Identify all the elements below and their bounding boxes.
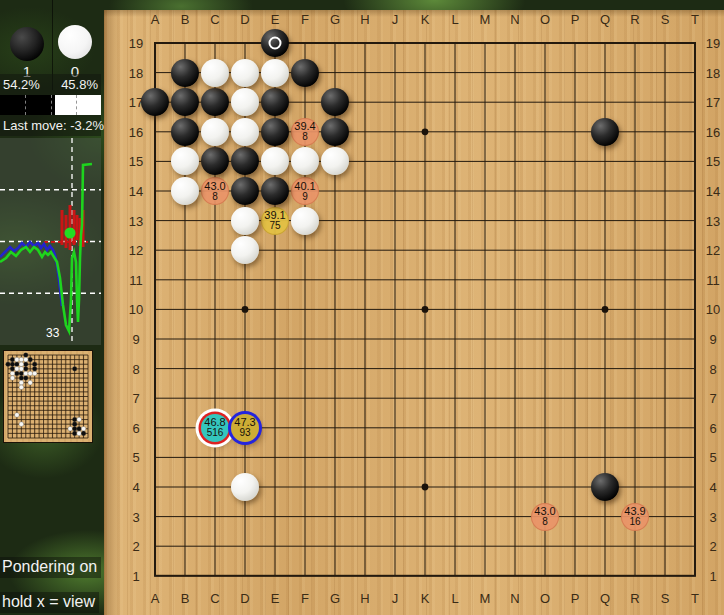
coord-top-G: G bbox=[330, 12, 340, 27]
coord-left-12: 12 bbox=[129, 243, 143, 258]
coord-left-8: 8 bbox=[132, 361, 139, 376]
coord-top-L: L bbox=[451, 12, 458, 27]
winrate-panel: 54.2% 45.8% Last move: -3.2% bbox=[0, 74, 101, 136]
winrate-tick-50 bbox=[51, 95, 52, 115]
coord-bottom-T: T bbox=[691, 591, 699, 606]
coord-bottom-A: A bbox=[151, 591, 160, 606]
winrate-bar-black-segment bbox=[0, 95, 55, 115]
coord-bottom-C: C bbox=[210, 591, 219, 606]
coord-left-1: 1 bbox=[132, 568, 139, 583]
coord-top-P: P bbox=[571, 12, 580, 27]
stone-white-D12 bbox=[231, 236, 259, 264]
coord-right-10: 10 bbox=[706, 302, 720, 317]
coord-bottom-J: J bbox=[392, 591, 399, 606]
stone-white-C18 bbox=[201, 59, 229, 87]
coord-bottom-R: R bbox=[630, 591, 639, 606]
coord-right-12: 12 bbox=[706, 243, 720, 258]
stone-white-F13 bbox=[291, 207, 319, 235]
coord-right-19: 19 bbox=[706, 36, 720, 51]
coord-left-4: 4 bbox=[132, 480, 139, 495]
stone-black-Q16 bbox=[591, 118, 619, 146]
stone-black-D14 bbox=[231, 177, 259, 205]
stone-black-G16 bbox=[321, 118, 349, 146]
coord-left-9: 9 bbox=[132, 332, 139, 347]
coord-bottom-N: N bbox=[510, 591, 519, 606]
coord-top-S: S bbox=[661, 12, 670, 27]
coord-bottom-K: K bbox=[421, 591, 430, 606]
coord-left-5: 5 bbox=[132, 450, 139, 465]
coord-top-M: M bbox=[480, 12, 491, 27]
coord-right-4: 4 bbox=[709, 480, 716, 495]
suggestion-C14[interactable]: 43.08 bbox=[201, 177, 229, 205]
coord-right-7: 7 bbox=[709, 391, 716, 406]
white-stone-icon bbox=[58, 25, 92, 59]
stone-white-C16 bbox=[201, 118, 229, 146]
coord-right-5: 5 bbox=[709, 450, 716, 465]
winrate-tick-25 bbox=[25, 95, 26, 115]
stone-black-G17 bbox=[321, 88, 349, 116]
coord-right-17: 17 bbox=[706, 95, 720, 110]
suggestion-O3[interactable]: 43.08 bbox=[531, 503, 559, 531]
coord-bottom-P: P bbox=[571, 591, 580, 606]
stone-white-D4 bbox=[231, 473, 259, 501]
coord-top-K: K bbox=[421, 12, 430, 27]
coord-bottom-M: M bbox=[480, 591, 491, 606]
coord-right-15: 15 bbox=[706, 154, 720, 169]
stone-white-E18 bbox=[261, 59, 289, 87]
stone-white-F15 bbox=[291, 147, 319, 175]
coord-right-6: 6 bbox=[709, 420, 716, 435]
suggestion-F16[interactable]: 39.48 bbox=[291, 118, 319, 146]
coord-left-19: 19 bbox=[129, 36, 143, 51]
coord-bottom-B: B bbox=[181, 591, 190, 606]
coord-top-E: E bbox=[271, 12, 280, 27]
sidebar: 1 0 54.2% 45.8% Last move: -3.2% 33 Pond… bbox=[0, 0, 104, 615]
suggestion-R3[interactable]: 43.916 bbox=[621, 503, 649, 531]
stone-black-E14 bbox=[261, 177, 289, 205]
coord-top-T: T bbox=[691, 12, 699, 27]
coord-bottom-F: F bbox=[301, 591, 309, 606]
coord-right-9: 9 bbox=[709, 332, 716, 347]
coord-left-18: 18 bbox=[129, 65, 143, 80]
coord-top-D: D bbox=[240, 12, 249, 27]
coord-top-N: N bbox=[510, 12, 519, 27]
black-winrate-label: 54.2% bbox=[3, 77, 40, 92]
coord-top-R: R bbox=[630, 12, 639, 27]
coord-left-14: 14 bbox=[129, 184, 143, 199]
coord-bottom-O: O bbox=[540, 591, 550, 606]
stone-black-C15 bbox=[201, 147, 229, 175]
coord-left-15: 15 bbox=[129, 154, 143, 169]
stone-black-B17 bbox=[171, 88, 199, 116]
coord-right-2: 2 bbox=[709, 539, 716, 554]
coord-bottom-S: S bbox=[661, 591, 670, 606]
stone-black-A17 bbox=[141, 88, 169, 116]
stone-black-B16 bbox=[171, 118, 199, 146]
coord-right-1: 1 bbox=[709, 568, 716, 583]
coord-left-6: 6 bbox=[132, 420, 139, 435]
suggestion-F14[interactable]: 40.19 bbox=[291, 177, 319, 205]
stone-white-B14 bbox=[171, 177, 199, 205]
coord-top-J: J bbox=[392, 12, 399, 27]
coord-left-11: 11 bbox=[129, 272, 143, 287]
stone-black-Q4 bbox=[591, 473, 619, 501]
coord-bottom-H: H bbox=[360, 591, 369, 606]
coord-left-13: 13 bbox=[129, 213, 143, 228]
coord-top-Q: Q bbox=[600, 12, 610, 27]
stone-white-D18 bbox=[231, 59, 259, 87]
coord-left-7: 7 bbox=[132, 391, 139, 406]
coord-bottom-D: D bbox=[240, 591, 249, 606]
winrate-bar bbox=[0, 95, 101, 115]
coord-right-3: 3 bbox=[709, 509, 716, 524]
stone-white-D17 bbox=[231, 88, 259, 116]
move-number-label: 33 bbox=[46, 326, 59, 340]
stone-white-G15 bbox=[321, 147, 349, 175]
stone-white-B15 bbox=[171, 147, 199, 175]
winrate-graph-canvas bbox=[0, 138, 101, 345]
engine-status-hint: hold x = view bbox=[0, 592, 99, 613]
suggestion-D6[interactable]: 47.393 bbox=[231, 414, 259, 442]
coord-right-14: 14 bbox=[706, 184, 720, 199]
winrate-tick-75 bbox=[76, 95, 77, 115]
stone-black-F18 bbox=[291, 59, 319, 87]
suggestion-E13[interactable]: 39.175 bbox=[261, 207, 289, 235]
stone-black-C17 bbox=[201, 88, 229, 116]
coord-left-10: 10 bbox=[129, 302, 143, 317]
black-stone-icon bbox=[10, 27, 44, 61]
coord-bottom-G: G bbox=[330, 591, 340, 606]
coord-right-13: 13 bbox=[706, 213, 720, 228]
coord-left-2: 2 bbox=[132, 539, 139, 554]
coord-top-A: A bbox=[151, 12, 160, 27]
coord-top-B: B bbox=[181, 12, 190, 27]
coord-bottom-Q: Q bbox=[600, 591, 610, 606]
winrate-graph[interactable]: 33 bbox=[0, 138, 101, 345]
stone-black-E17 bbox=[261, 88, 289, 116]
coord-top-F: F bbox=[301, 12, 309, 27]
white-winrate-label: 45.8% bbox=[61, 77, 98, 92]
coord-right-11: 11 bbox=[706, 272, 720, 287]
last-move-marker bbox=[269, 37, 282, 50]
engine-status-line: Pondering on bbox=[0, 557, 101, 578]
stone-black-E16 bbox=[261, 118, 289, 146]
coord-right-18: 18 bbox=[706, 65, 720, 80]
coord-left-3: 3 bbox=[132, 509, 139, 524]
stone-black-B18 bbox=[171, 59, 199, 87]
coord-top-H: H bbox=[360, 12, 369, 27]
coord-top-C: C bbox=[210, 12, 219, 27]
coord-right-16: 16 bbox=[706, 124, 720, 139]
stone-white-D16 bbox=[231, 118, 259, 146]
stone-white-D13 bbox=[231, 207, 259, 235]
coord-right-8: 8 bbox=[709, 361, 716, 376]
coord-left-16: 16 bbox=[129, 124, 143, 139]
suggestion-C6[interactable]: 46.8516 bbox=[201, 414, 229, 442]
coord-bottom-L: L bbox=[451, 591, 458, 606]
minimap-board[interactable] bbox=[3, 350, 93, 443]
go-board[interactable]: AABBCCDDEEFFGGHHJJKKLLMMNNOOPPQQRRSSTT19… bbox=[104, 10, 724, 615]
coord-bottom-E: E bbox=[271, 591, 280, 606]
minimap-canvas bbox=[4, 351, 92, 442]
stone-black-D15 bbox=[231, 147, 259, 175]
coord-top-O: O bbox=[540, 12, 550, 27]
stone-white-E15 bbox=[261, 147, 289, 175]
last-move-delta: Last move: -3.2% bbox=[3, 118, 104, 133]
